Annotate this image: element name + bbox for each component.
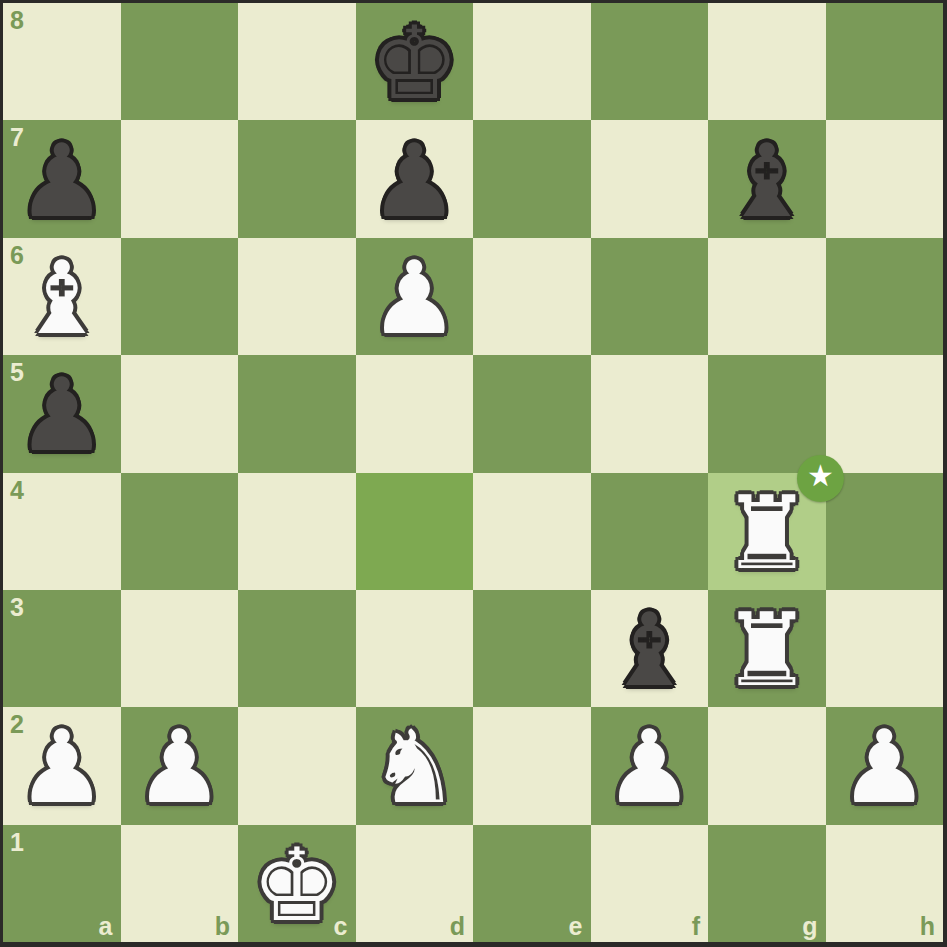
square-g3[interactable]: ♜ (708, 590, 826, 707)
square-h1[interactable]: h (826, 825, 944, 942)
square-c3[interactable] (238, 590, 356, 707)
square-g8[interactable] (708, 3, 826, 120)
piece-black-pawn[interactable]: ♟ (16, 131, 107, 232)
file-label-g: g (802, 912, 817, 941)
square-b6[interactable] (121, 238, 239, 355)
square-a2[interactable]: 2♟ (3, 707, 121, 824)
piece-black-king[interactable]: ♚ (369, 13, 460, 114)
piece-black-pawn[interactable]: ♟ (16, 365, 107, 466)
square-h5[interactable] (826, 355, 944, 472)
square-f1[interactable]: f (591, 825, 709, 942)
piece-white-bishop[interactable]: ♝ (16, 248, 107, 349)
piece-white-knight[interactable]: ♞ (369, 717, 460, 818)
square-a6[interactable]: 6♝ (3, 238, 121, 355)
square-g7[interactable]: ♝ (708, 120, 826, 237)
square-a1[interactable]: 1a (3, 825, 121, 942)
rank-label-3: 3 (10, 593, 24, 622)
file-label-a: a (99, 912, 113, 941)
square-c5[interactable] (238, 355, 356, 472)
square-b8[interactable] (121, 3, 239, 120)
rank-label-6: 6 (10, 241, 24, 270)
piece-white-rook[interactable]: ♜ (721, 600, 812, 701)
square-h7[interactable] (826, 120, 944, 237)
rank-label-7: 7 (10, 123, 24, 152)
piece-black-bishop[interactable]: ♝ (721, 131, 812, 232)
square-h3[interactable] (826, 590, 944, 707)
square-f7[interactable] (591, 120, 709, 237)
square-h2[interactable]: ♟ (826, 707, 944, 824)
square-c6[interactable] (238, 238, 356, 355)
file-label-d: d (450, 912, 465, 941)
square-e5[interactable] (473, 355, 591, 472)
square-d1[interactable]: d (356, 825, 474, 942)
star-icon: ★ (807, 461, 834, 491)
square-d5[interactable] (356, 355, 474, 472)
square-d3[interactable] (356, 590, 474, 707)
rank-label-1: 1 (10, 828, 24, 857)
square-g2[interactable] (708, 707, 826, 824)
square-b1[interactable]: b (121, 825, 239, 942)
square-c7[interactable] (238, 120, 356, 237)
rank-label-2: 2 (10, 710, 24, 739)
square-h8[interactable] (826, 3, 944, 120)
square-g6[interactable] (708, 238, 826, 355)
square-b5[interactable] (121, 355, 239, 472)
square-d6[interactable]: ♟ (356, 238, 474, 355)
square-d7[interactable]: ♟ (356, 120, 474, 237)
square-e7[interactable] (473, 120, 591, 237)
rank-label-4: 4 (10, 476, 24, 505)
square-c4[interactable] (238, 473, 356, 590)
piece-white-pawn[interactable]: ♟ (16, 717, 107, 818)
square-e3[interactable] (473, 590, 591, 707)
square-b2[interactable]: ♟ (121, 707, 239, 824)
piece-white-pawn[interactable]: ♟ (839, 717, 930, 818)
square-a4[interactable]: 4 (3, 473, 121, 590)
square-f3[interactable]: ♝ (591, 590, 709, 707)
file-label-h: h (920, 912, 935, 941)
file-label-c: c (334, 912, 348, 941)
chess-board: 8♚7♟♟♝6♝♟5♟4♜★3♝♜2♟♟♞♟♟1abc♚defgh (0, 0, 947, 947)
square-e2[interactable] (473, 707, 591, 824)
piece-white-pawn[interactable]: ♟ (369, 248, 460, 349)
piece-white-rook[interactable]: ♜ (721, 483, 812, 584)
square-b7[interactable] (121, 120, 239, 237)
move-highlight-d4 (356, 473, 474, 590)
square-a3[interactable]: 3 (3, 590, 121, 707)
square-c1[interactable]: c♚ (238, 825, 356, 942)
piece-black-pawn[interactable]: ♟ (369, 131, 460, 232)
square-f5[interactable] (591, 355, 709, 472)
square-e4[interactable] (473, 473, 591, 590)
piece-white-king[interactable]: ♚ (251, 835, 342, 936)
square-d8[interactable]: ♚ (356, 3, 474, 120)
square-g4[interactable]: ♜★ (708, 473, 826, 590)
square-a7[interactable]: 7♟ (3, 120, 121, 237)
square-e8[interactable] (473, 3, 591, 120)
square-f4[interactable] (591, 473, 709, 590)
file-label-f: f (692, 912, 700, 941)
square-h4[interactable] (826, 473, 944, 590)
square-c2[interactable] (238, 707, 356, 824)
square-a8[interactable]: 8 (3, 3, 121, 120)
piece-black-bishop[interactable]: ♝ (604, 600, 695, 701)
square-f2[interactable]: ♟ (591, 707, 709, 824)
square-a5[interactable]: 5♟ (3, 355, 121, 472)
square-f6[interactable] (591, 238, 709, 355)
rank-label-5: 5 (10, 358, 24, 387)
square-b4[interactable] (121, 473, 239, 590)
square-h6[interactable] (826, 238, 944, 355)
square-e6[interactable] (473, 238, 591, 355)
best-move-star-badge: ★ (797, 455, 844, 502)
square-g1[interactable]: g (708, 825, 826, 942)
piece-white-pawn[interactable]: ♟ (134, 717, 225, 818)
piece-white-pawn[interactable]: ♟ (604, 717, 695, 818)
file-label-b: b (215, 912, 230, 941)
square-d2[interactable]: ♞ (356, 707, 474, 824)
square-d4[interactable] (356, 473, 474, 590)
square-f8[interactable] (591, 3, 709, 120)
square-c8[interactable] (238, 3, 356, 120)
file-label-e: e (569, 912, 583, 941)
rank-label-8: 8 (10, 6, 24, 35)
square-g5[interactable] (708, 355, 826, 472)
square-e1[interactable]: e (473, 825, 591, 942)
square-b3[interactable] (121, 590, 239, 707)
